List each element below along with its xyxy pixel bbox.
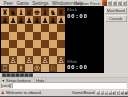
menu-settings[interactable]: Settings [32,1,48,6]
square-f6[interactable] [41,24,49,32]
square-a7[interactable]: ♟ [1,16,9,24]
square-d7[interactable]: ♟ [25,16,33,24]
square-e5[interactable] [33,32,41,40]
square-h6[interactable] [57,24,65,32]
white-king-piece: ♔ [34,64,41,72]
square-d1[interactable]: ♕ [25,64,33,72]
white-bishop-piece: ♗ [42,64,49,72]
black-pawn-piece: ♟ [58,16,65,24]
square-b1[interactable]: ♘ [9,64,17,72]
move-navigation-buttons: ⏮◂▸⏭■↻▤▦ [96,91,128,96]
square-g7[interactable]: ♟ [49,16,57,24]
square-d6[interactable] [25,24,33,32]
square-g4[interactable] [49,40,57,48]
move-next-icon[interactable]: ▸ [104,91,108,96]
promotion-piece-label: Promotion Piece: [71,1,101,6]
status-message: Welcome to eboard. [6,91,72,96]
white-clock-time: 00:00 [67,64,103,71]
square-c7[interactable]: ♟ [17,16,25,24]
board-panel: ♜♞♝♛♚♝♞♜♟♟♟♟♟♟♟♟♙♙♙♙♙♙♙♙♖♘♗♕♔♗♘♖ Black 0… [0,6,104,73]
square-d4[interactable] [25,40,33,48]
move-last-icon[interactable]: ⏭ [108,91,112,96]
black-pawn-piece: ♟ [34,16,41,24]
black-clock-time: 00:00 [67,12,103,19]
square-b7[interactable]: ♟ [9,16,17,24]
black-pawn-piece: ♟ [50,16,57,24]
square-h1[interactable]: ♖ [57,64,65,72]
menu-windows[interactable]: Windows [52,1,70,6]
white-rook-piece: ♖ [2,64,9,72]
square-b6[interactable] [9,24,17,32]
main-board-button[interactable]: Main Board [105,8,127,15]
square-h5[interactable] [57,32,65,40]
square-f7[interactable]: ♟ [41,16,49,24]
promotion-options: QRBNK [103,1,128,6]
white-bishop-piece: ♗ [18,64,25,72]
move-prev-icon[interactable]: ◂ [100,91,104,96]
command-input[interactable] [12,82,126,88]
black-clock: Black 00:00 [67,8,103,20]
square-a6[interactable] [1,24,9,32]
move-list-icon[interactable]: ▤ [120,91,124,96]
square-a5[interactable] [1,32,9,40]
white-knight-piece: ♘ [50,64,57,72]
eboard-window: PeerGameSettingsWindowsHelp Promotion Pi… [0,0,128,96]
white-rook-piece: ♖ [58,64,65,72]
square-c6[interactable] [17,24,25,32]
square-e7[interactable]: ♟ [33,16,41,24]
square-f1[interactable]: ♗ [41,64,49,72]
chess-board[interactable]: ♜♞♝♛♚♝♞♜♟♟♟♟♟♟♟♟♙♙♙♙♙♙♙♙♖♘♗♕♔♗♘♖ [1,7,65,72]
status-pawn-icon: ♟ [1,91,5,95]
black-pawn-piece: ♟ [10,16,17,24]
white-queen-piece: ♕ [26,64,33,72]
board-options-icon[interactable]: ▦ [124,91,128,96]
white-knight-piece: ♘ [10,64,17,72]
stop-icon[interactable]: ■ [112,91,116,96]
command-label: [cmd] [1,83,11,88]
square-b4[interactable] [9,40,17,48]
square-g1[interactable]: ♘ [49,64,57,72]
black-pawn-piece: ♟ [42,16,49,24]
menu-peer[interactable]: Peer [4,1,14,6]
square-c4[interactable] [17,40,25,48]
console-button[interactable]: Console [105,16,127,23]
square-c5[interactable] [17,32,25,40]
black-pawn-piece: ♟ [18,16,25,24]
promotion-option-n[interactable]: N [118,1,123,6]
square-c1[interactable]: ♗ [17,64,25,72]
black-pawn-piece: ♟ [26,16,33,24]
white-clock: White 00:00 [67,59,103,71]
promotion-option-q[interactable]: Q [103,1,108,6]
square-d5[interactable] [25,32,33,40]
page-switcher-sidebar: Main BoardConsole [104,6,128,73]
square-f5[interactable] [41,32,49,40]
square-h4[interactable] [57,40,65,48]
square-g5[interactable] [49,32,57,40]
black-pawn-piece: ♟ [2,16,9,24]
move-first-icon[interactable]: ⏮ [96,91,100,96]
square-a1[interactable]: ♖ [1,64,9,72]
square-b5[interactable] [9,32,17,40]
game-board-label: Game/Board [72,91,95,96]
promotion-option-b[interactable]: B [113,1,118,6]
square-a4[interactable] [1,40,9,48]
square-g6[interactable] [49,24,57,32]
promotion-option-k[interactable]: K [123,1,128,6]
square-h7[interactable]: ♟ [57,16,65,24]
square-e4[interactable] [33,40,41,48]
menu-game[interactable]: Game [17,1,29,6]
refresh-icon[interactable]: ↻ [116,91,120,96]
square-e6[interactable] [33,24,41,32]
promotion-option-r[interactable]: R [108,1,113,6]
status-bar: ♟ Welcome to eboard. Game/Board ⏮◂▸⏭■↻▤▦ [0,89,128,97]
square-e1[interactable]: ♔ [33,64,41,72]
square-f4[interactable] [41,40,49,48]
